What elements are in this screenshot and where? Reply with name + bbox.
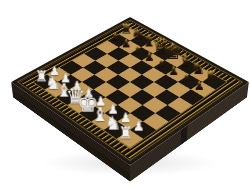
chess-set-photo: ♜♞♝♛♚♝♞♜♟♟♟♟♟♟♟♟♟♟♟♟♟♟♟♟♜♞♝♛♚♝♞♜ (0, 0, 250, 189)
chess-board: ♜♞♝♛♚♝♞♜♟♟♟♟♟♟♟♟♟♟♟♟♟♟♟♟♜♞♝♛♚♝♞♜ (11, 17, 249, 166)
